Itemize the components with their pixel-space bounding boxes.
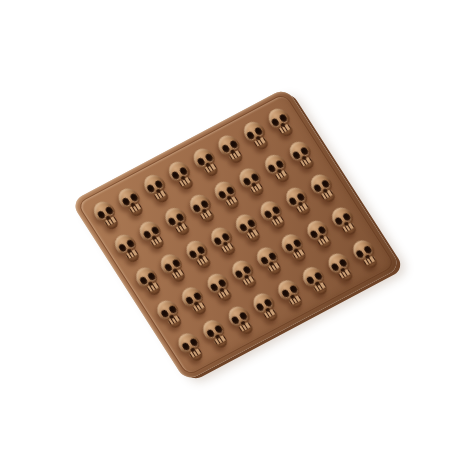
silicone-skull-mold-tray xyxy=(71,87,402,381)
product-photo xyxy=(0,0,470,470)
cavity-grid xyxy=(83,99,388,370)
